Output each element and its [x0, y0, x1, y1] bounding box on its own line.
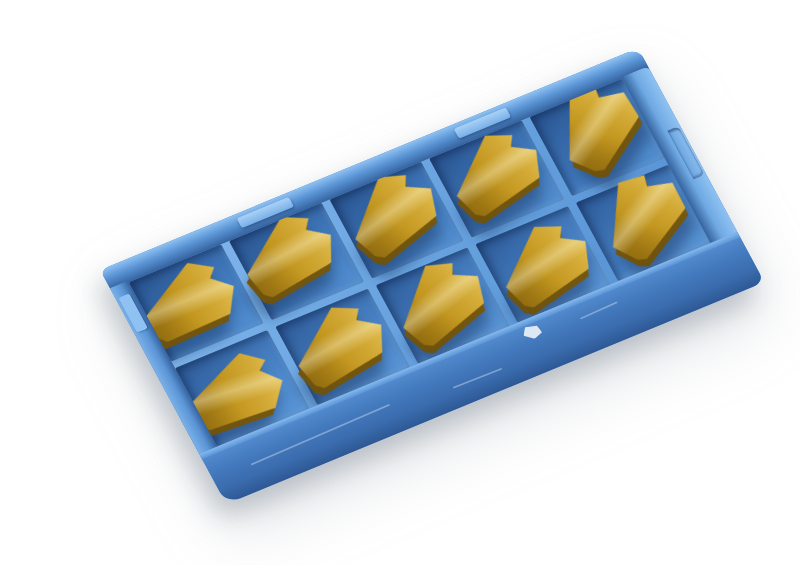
right-end-latch: [667, 126, 704, 179]
gold-insert-10: [601, 173, 690, 264]
box-cast-shadow: [0, 0, 800, 565]
insert-top-face: [601, 173, 690, 264]
front-wall-scratch-3: [580, 302, 618, 320]
sticker-residue: [521, 324, 543, 342]
insert-storage-box: [100, 48, 764, 504]
photo-canvas: [0, 0, 800, 565]
front-wall-scratch-2: [453, 368, 503, 389]
